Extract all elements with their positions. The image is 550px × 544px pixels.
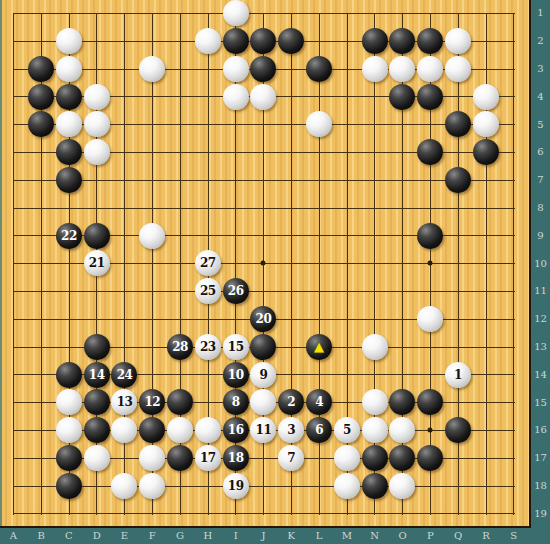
intersection-F11[interactable]: [138, 277, 166, 305]
intersection-C15[interactable]: [55, 389, 83, 417]
intersection-O19[interactable]: [389, 500, 417, 528]
intersection-O8[interactable]: [389, 194, 417, 222]
intersection-L14[interactable]: [305, 361, 333, 389]
intersection-L5[interactable]: [305, 111, 333, 139]
intersection-P7[interactable]: [416, 166, 444, 194]
intersection-Q16[interactable]: [444, 416, 472, 444]
intersection-B13[interactable]: [27, 333, 55, 361]
intersection-B6[interactable]: [27, 138, 55, 166]
intersection-B2[interactable]: [27, 27, 55, 55]
intersection-J12[interactable]: 20: [250, 305, 278, 333]
intersection-G13[interactable]: 28: [166, 333, 194, 361]
intersection-H15[interactable]: [194, 389, 222, 417]
intersection-R3[interactable]: [472, 55, 500, 83]
intersection-O3[interactable]: [389, 55, 417, 83]
intersection-N13[interactable]: [361, 333, 389, 361]
intersection-L15[interactable]: 4: [305, 389, 333, 417]
intersection-R7[interactable]: [472, 166, 500, 194]
intersection-R6[interactable]: [472, 138, 500, 166]
intersection-N17[interactable]: [361, 444, 389, 472]
intersection-A10[interactable]: [0, 250, 27, 278]
intersection-E1[interactable]: [111, 0, 139, 27]
intersection-Q15[interactable]: [444, 389, 472, 417]
intersection-I11[interactable]: 26: [222, 277, 250, 305]
intersection-S9[interactable]: [500, 222, 528, 250]
intersection-A2[interactable]: [0, 27, 27, 55]
intersection-R13[interactable]: [472, 333, 500, 361]
intersection-G9[interactable]: [166, 222, 194, 250]
intersection-N16[interactable]: [361, 416, 389, 444]
intersection-P19[interactable]: [416, 500, 444, 528]
intersection-P13[interactable]: [416, 333, 444, 361]
intersection-M7[interactable]: [333, 166, 361, 194]
intersection-A12[interactable]: [0, 305, 27, 333]
intersection-G11[interactable]: [166, 277, 194, 305]
intersection-F3[interactable]: [138, 55, 166, 83]
intersection-G10[interactable]: [166, 250, 194, 278]
intersection-J15[interactable]: [250, 389, 278, 417]
intersection-M3[interactable]: [333, 55, 361, 83]
intersection-J2[interactable]: [250, 27, 278, 55]
intersection-R10[interactable]: [472, 250, 500, 278]
intersection-A6[interactable]: [0, 138, 27, 166]
intersection-L3[interactable]: [305, 55, 333, 83]
intersection-K6[interactable]: [277, 138, 305, 166]
intersection-G12[interactable]: [166, 305, 194, 333]
intersection-N8[interactable]: [361, 194, 389, 222]
intersection-L13[interactable]: ▲: [305, 333, 333, 361]
intersection-L2[interactable]: [305, 27, 333, 55]
intersection-P14[interactable]: [416, 361, 444, 389]
intersection-E12[interactable]: [111, 305, 139, 333]
intersection-Q4[interactable]: [444, 83, 472, 111]
intersection-F16[interactable]: [138, 416, 166, 444]
intersection-H10[interactable]: 27: [194, 250, 222, 278]
intersection-J19[interactable]: [250, 500, 278, 528]
intersection-P10[interactable]: [416, 250, 444, 278]
intersection-C19[interactable]: [55, 500, 83, 528]
intersection-D11[interactable]: [83, 277, 111, 305]
intersection-A15[interactable]: [0, 389, 27, 417]
intersection-G4[interactable]: [166, 83, 194, 111]
intersection-G14[interactable]: [166, 361, 194, 389]
intersection-K2[interactable]: [277, 27, 305, 55]
intersection-D7[interactable]: [83, 166, 111, 194]
intersection-O10[interactable]: [389, 250, 417, 278]
intersection-J8[interactable]: [250, 194, 278, 222]
intersection-B18[interactable]: [27, 472, 55, 500]
intersection-S12[interactable]: [500, 305, 528, 333]
intersection-H14[interactable]: [194, 361, 222, 389]
intersection-I18[interactable]: 19: [222, 472, 250, 500]
intersection-E17[interactable]: [111, 444, 139, 472]
intersection-L6[interactable]: [305, 138, 333, 166]
intersection-H6[interactable]: [194, 138, 222, 166]
intersection-N3[interactable]: [361, 55, 389, 83]
intersection-E16[interactable]: [111, 416, 139, 444]
intersection-C11[interactable]: [55, 277, 83, 305]
intersection-D8[interactable]: [83, 194, 111, 222]
intersection-L19[interactable]: [305, 500, 333, 528]
intersection-C10[interactable]: [55, 250, 83, 278]
intersection-Q14[interactable]: 1: [444, 361, 472, 389]
intersection-Q5[interactable]: [444, 111, 472, 139]
intersection-I19[interactable]: [222, 500, 250, 528]
intersection-E9[interactable]: [111, 222, 139, 250]
intersection-E3[interactable]: [111, 55, 139, 83]
intersection-D12[interactable]: [83, 305, 111, 333]
intersection-H2[interactable]: [194, 27, 222, 55]
intersection-F6[interactable]: [138, 138, 166, 166]
intersection-Q8[interactable]: [444, 194, 472, 222]
intersection-I16[interactable]: 16: [222, 416, 250, 444]
intersection-I17[interactable]: 18: [222, 444, 250, 472]
intersection-K4[interactable]: [277, 83, 305, 111]
intersection-M10[interactable]: [333, 250, 361, 278]
intersection-N18[interactable]: [361, 472, 389, 500]
intersection-A1[interactable]: [0, 0, 27, 27]
intersection-K3[interactable]: [277, 55, 305, 83]
intersection-R11[interactable]: [472, 277, 500, 305]
intersection-J18[interactable]: [250, 472, 278, 500]
intersection-C18[interactable]: [55, 472, 83, 500]
intersection-K9[interactable]: [277, 222, 305, 250]
intersection-H4[interactable]: [194, 83, 222, 111]
intersection-J4[interactable]: [250, 83, 278, 111]
intersection-F5[interactable]: [138, 111, 166, 139]
intersection-D1[interactable]: [83, 0, 111, 27]
intersection-R2[interactable]: [472, 27, 500, 55]
intersection-J9[interactable]: [250, 222, 278, 250]
intersection-M14[interactable]: [333, 361, 361, 389]
intersection-M15[interactable]: [333, 389, 361, 417]
intersection-M18[interactable]: [333, 472, 361, 500]
intersection-S16[interactable]: [500, 416, 528, 444]
intersection-K8[interactable]: [277, 194, 305, 222]
intersection-A7[interactable]: [0, 166, 27, 194]
intersection-O17[interactable]: [389, 444, 417, 472]
intersection-N1[interactable]: [361, 0, 389, 27]
intersection-F8[interactable]: [138, 194, 166, 222]
intersection-P9[interactable]: [416, 222, 444, 250]
intersection-P17[interactable]: [416, 444, 444, 472]
intersection-S2[interactable]: [500, 27, 528, 55]
intersection-M13[interactable]: [333, 333, 361, 361]
intersection-C13[interactable]: [55, 333, 83, 361]
intersection-S1[interactable]: [500, 0, 528, 27]
intersection-C17[interactable]: [55, 444, 83, 472]
intersection-P15[interactable]: [416, 389, 444, 417]
intersection-N19[interactable]: [361, 500, 389, 528]
intersection-S15[interactable]: [500, 389, 528, 417]
intersection-E13[interactable]: [111, 333, 139, 361]
intersection-K7[interactable]: [277, 166, 305, 194]
intersection-O2[interactable]: [389, 27, 417, 55]
intersection-F15[interactable]: 12: [138, 389, 166, 417]
intersection-N10[interactable]: [361, 250, 389, 278]
intersection-I9[interactable]: [222, 222, 250, 250]
intersection-H7[interactable]: [194, 166, 222, 194]
intersection-H17[interactable]: 17: [194, 444, 222, 472]
intersection-M5[interactable]: [333, 111, 361, 139]
intersection-R16[interactable]: [472, 416, 500, 444]
intersection-R17[interactable]: [472, 444, 500, 472]
intersection-M16[interactable]: 5: [333, 416, 361, 444]
intersection-H3[interactable]: [194, 55, 222, 83]
intersection-H9[interactable]: [194, 222, 222, 250]
intersection-F18[interactable]: [138, 472, 166, 500]
intersection-E5[interactable]: [111, 111, 139, 139]
intersection-S6[interactable]: [500, 138, 528, 166]
intersection-R12[interactable]: [472, 305, 500, 333]
intersection-G3[interactable]: [166, 55, 194, 83]
intersection-G19[interactable]: [166, 500, 194, 528]
intersection-A4[interactable]: [0, 83, 27, 111]
intersection-F4[interactable]: [138, 83, 166, 111]
intersection-M9[interactable]: [333, 222, 361, 250]
intersection-H11[interactable]: 25: [194, 277, 222, 305]
intersection-S10[interactable]: [500, 250, 528, 278]
intersection-Q10[interactable]: [444, 250, 472, 278]
intersection-O5[interactable]: [389, 111, 417, 139]
intersection-D14[interactable]: 14: [83, 361, 111, 389]
intersection-Q19[interactable]: [444, 500, 472, 528]
intersection-J11[interactable]: [250, 277, 278, 305]
intersection-C5[interactable]: [55, 111, 83, 139]
intersection-D19[interactable]: [83, 500, 111, 528]
intersection-I3[interactable]: [222, 55, 250, 83]
intersection-O1[interactable]: [389, 0, 417, 27]
intersection-P16[interactable]: [416, 416, 444, 444]
intersection-G6[interactable]: [166, 138, 194, 166]
intersection-B12[interactable]: [27, 305, 55, 333]
intersection-K15[interactable]: 2: [277, 389, 305, 417]
intersection-P6[interactable]: [416, 138, 444, 166]
intersection-J1[interactable]: [250, 0, 278, 27]
intersection-O7[interactable]: [389, 166, 417, 194]
intersection-S19[interactable]: [500, 500, 528, 528]
intersection-B10[interactable]: [27, 250, 55, 278]
intersection-P8[interactable]: [416, 194, 444, 222]
intersection-C6[interactable]: [55, 138, 83, 166]
intersection-D6[interactable]: [83, 138, 111, 166]
intersection-L18[interactable]: [305, 472, 333, 500]
intersection-H8[interactable]: [194, 194, 222, 222]
intersection-I5[interactable]: [222, 111, 250, 139]
intersection-H1[interactable]: [194, 0, 222, 27]
intersection-L1[interactable]: [305, 0, 333, 27]
intersection-M4[interactable]: [333, 83, 361, 111]
intersection-G5[interactable]: [166, 111, 194, 139]
intersection-O11[interactable]: [389, 277, 417, 305]
intersection-O4[interactable]: [389, 83, 417, 111]
intersection-J14[interactable]: 9: [250, 361, 278, 389]
intersection-P3[interactable]: [416, 55, 444, 83]
intersection-B19[interactable]: [27, 500, 55, 528]
intersection-Q12[interactable]: [444, 305, 472, 333]
intersection-F9[interactable]: [138, 222, 166, 250]
intersection-Q3[interactable]: [444, 55, 472, 83]
intersection-B14[interactable]: [27, 361, 55, 389]
intersection-O16[interactable]: [389, 416, 417, 444]
intersection-N11[interactable]: [361, 277, 389, 305]
intersection-M17[interactable]: [333, 444, 361, 472]
intersection-I12[interactable]: [222, 305, 250, 333]
intersection-K18[interactable]: [277, 472, 305, 500]
intersection-Q9[interactable]: [444, 222, 472, 250]
intersection-F1[interactable]: [138, 0, 166, 27]
intersection-J3[interactable]: [250, 55, 278, 83]
intersection-G2[interactable]: [166, 27, 194, 55]
intersection-N9[interactable]: [361, 222, 389, 250]
intersection-D15[interactable]: [83, 389, 111, 417]
intersection-H19[interactable]: [194, 500, 222, 528]
intersection-M8[interactable]: [333, 194, 361, 222]
intersection-P18[interactable]: [416, 472, 444, 500]
intersection-R5[interactable]: [472, 111, 500, 139]
intersection-Q17[interactable]: [444, 444, 472, 472]
intersection-P5[interactable]: [416, 111, 444, 139]
intersection-O6[interactable]: [389, 138, 417, 166]
intersection-O9[interactable]: [389, 222, 417, 250]
intersection-C1[interactable]: [55, 0, 83, 27]
intersection-B8[interactable]: [27, 194, 55, 222]
intersection-J5[interactable]: [250, 111, 278, 139]
intersection-D9[interactable]: [83, 222, 111, 250]
intersection-C8[interactable]: [55, 194, 83, 222]
intersection-N12[interactable]: [361, 305, 389, 333]
intersection-C7[interactable]: [55, 166, 83, 194]
intersection-A11[interactable]: [0, 277, 27, 305]
intersection-S7[interactable]: [500, 166, 528, 194]
intersection-P12[interactable]: [416, 305, 444, 333]
intersection-K5[interactable]: [277, 111, 305, 139]
intersection-K11[interactable]: [277, 277, 305, 305]
intersection-C2[interactable]: [55, 27, 83, 55]
intersection-N14[interactable]: [361, 361, 389, 389]
intersection-K16[interactable]: 3: [277, 416, 305, 444]
intersection-Q11[interactable]: [444, 277, 472, 305]
intersection-G16[interactable]: [166, 416, 194, 444]
intersection-J16[interactable]: 11: [250, 416, 278, 444]
intersection-J13[interactable]: [250, 333, 278, 361]
intersection-K14[interactable]: [277, 361, 305, 389]
intersection-C16[interactable]: [55, 416, 83, 444]
intersection-H13[interactable]: 23: [194, 333, 222, 361]
intersection-F13[interactable]: [138, 333, 166, 361]
intersection-O18[interactable]: [389, 472, 417, 500]
intersection-B1[interactable]: [27, 0, 55, 27]
intersection-E6[interactable]: [111, 138, 139, 166]
intersection-P4[interactable]: [416, 83, 444, 111]
intersection-R1[interactable]: [472, 0, 500, 27]
intersection-L10[interactable]: [305, 250, 333, 278]
intersection-N15[interactable]: [361, 389, 389, 417]
intersection-E18[interactable]: [111, 472, 139, 500]
intersection-F19[interactable]: [138, 500, 166, 528]
intersection-C9[interactable]: 22: [55, 222, 83, 250]
intersection-N7[interactable]: [361, 166, 389, 194]
intersection-E11[interactable]: [111, 277, 139, 305]
intersection-N5[interactable]: [361, 111, 389, 139]
intersection-A14[interactable]: [0, 361, 27, 389]
intersection-H12[interactable]: [194, 305, 222, 333]
intersection-A8[interactable]: [0, 194, 27, 222]
intersection-D4[interactable]: [83, 83, 111, 111]
intersection-C14[interactable]: [55, 361, 83, 389]
intersection-P1[interactable]: [416, 0, 444, 27]
intersection-I4[interactable]: [222, 83, 250, 111]
intersection-L8[interactable]: [305, 194, 333, 222]
intersection-Q1[interactable]: [444, 0, 472, 27]
intersection-I13[interactable]: 15: [222, 333, 250, 361]
intersection-M2[interactable]: [333, 27, 361, 55]
intersection-S3[interactable]: [500, 55, 528, 83]
intersection-R8[interactable]: [472, 194, 500, 222]
intersection-B16[interactable]: [27, 416, 55, 444]
intersection-O13[interactable]: [389, 333, 417, 361]
intersection-S11[interactable]: [500, 277, 528, 305]
intersection-K19[interactable]: [277, 500, 305, 528]
intersection-C3[interactable]: [55, 55, 83, 83]
intersection-I15[interactable]: 8: [222, 389, 250, 417]
intersection-I10[interactable]: [222, 250, 250, 278]
intersection-F17[interactable]: [138, 444, 166, 472]
intersection-D16[interactable]: [83, 416, 111, 444]
intersection-E4[interactable]: [111, 83, 139, 111]
intersection-D13[interactable]: [83, 333, 111, 361]
intersection-B3[interactable]: [27, 55, 55, 83]
intersection-D17[interactable]: [83, 444, 111, 472]
intersection-K12[interactable]: [277, 305, 305, 333]
intersection-E14[interactable]: 24: [111, 361, 139, 389]
intersection-B4[interactable]: [27, 83, 55, 111]
intersection-K13[interactable]: [277, 333, 305, 361]
intersection-B15[interactable]: [27, 389, 55, 417]
intersection-I6[interactable]: [222, 138, 250, 166]
intersection-C12[interactable]: [55, 305, 83, 333]
intersection-F7[interactable]: [138, 166, 166, 194]
intersection-A19[interactable]: [0, 500, 27, 528]
intersection-G17[interactable]: [166, 444, 194, 472]
intersection-A16[interactable]: [0, 416, 27, 444]
intersection-N2[interactable]: [361, 27, 389, 55]
intersection-N6[interactable]: [361, 138, 389, 166]
intersection-S18[interactable]: [500, 472, 528, 500]
intersection-I2[interactable]: [222, 27, 250, 55]
intersection-E2[interactable]: [111, 27, 139, 55]
intersection-Q7[interactable]: [444, 166, 472, 194]
intersection-R4[interactable]: [472, 83, 500, 111]
intersection-J17[interactable]: [250, 444, 278, 472]
intersection-L11[interactable]: [305, 277, 333, 305]
intersection-L16[interactable]: 6: [305, 416, 333, 444]
intersection-B11[interactable]: [27, 277, 55, 305]
intersection-H16[interactable]: [194, 416, 222, 444]
intersection-M6[interactable]: [333, 138, 361, 166]
intersection-I7[interactable]: [222, 166, 250, 194]
intersection-O12[interactable]: [389, 305, 417, 333]
intersection-F10[interactable]: [138, 250, 166, 278]
intersection-J6[interactable]: [250, 138, 278, 166]
intersection-P2[interactable]: [416, 27, 444, 55]
intersection-Q13[interactable]: [444, 333, 472, 361]
intersection-G1[interactable]: [166, 0, 194, 27]
intersection-B5[interactable]: [27, 111, 55, 139]
intersection-A18[interactable]: [0, 472, 27, 500]
intersection-A5[interactable]: [0, 111, 27, 139]
intersection-L9[interactable]: [305, 222, 333, 250]
